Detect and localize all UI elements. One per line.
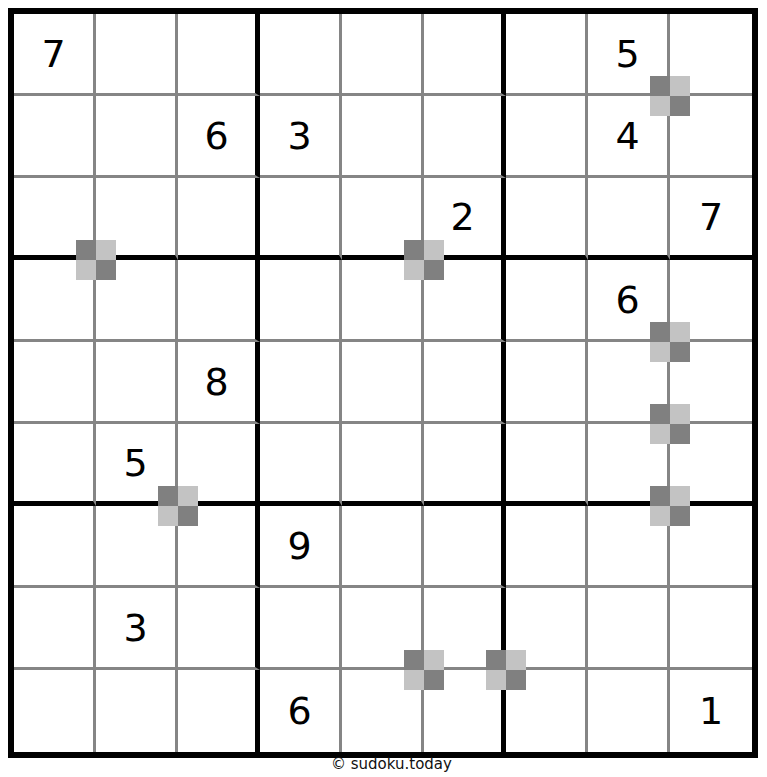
cell-r5c8[interactable] — [588, 342, 670, 424]
cell-r5c5[interactable] — [342, 342, 424, 424]
cell-r4c9[interactable] — [670, 260, 752, 342]
cell-r6c6[interactable] — [424, 424, 506, 506]
cell-r1c6[interactable] — [424, 14, 506, 96]
cell-r2c4[interactable]: 3 — [260, 96, 342, 178]
sudoku-grid: 75634276859361 — [14, 14, 752, 752]
cell-r4c4[interactable] — [260, 260, 342, 342]
cell-r9c7[interactable] — [506, 670, 588, 752]
cell-r4c2[interactable] — [96, 260, 178, 342]
cell-r9c3[interactable] — [178, 670, 260, 752]
sudoku-board: 75634276859361 — [8, 8, 758, 758]
cell-r1c8[interactable]: 5 — [588, 14, 670, 96]
cell-r9c2[interactable] — [96, 670, 178, 752]
cell-r7c8[interactable] — [588, 506, 670, 588]
cell-r8c9[interactable] — [670, 588, 752, 670]
cell-r5c1[interactable] — [14, 342, 96, 424]
cell-r9c6[interactable] — [424, 670, 506, 752]
cell-r9c9[interactable]: 1 — [670, 670, 752, 752]
cell-r3c5[interactable] — [342, 178, 424, 260]
cell-r3c9[interactable]: 7 — [670, 178, 752, 260]
cell-r1c9[interactable] — [670, 14, 752, 96]
cell-r8c2[interactable]: 3 — [96, 588, 178, 670]
cell-r1c4[interactable] — [260, 14, 342, 96]
cell-r3c7[interactable] — [506, 178, 588, 260]
cell-r5c2[interactable] — [96, 342, 178, 424]
cell-r3c2[interactable] — [96, 178, 178, 260]
cell-r8c1[interactable] — [14, 588, 96, 670]
sudoku-page: 75634276859361 © sudoku.today — [0, 0, 767, 777]
cell-r9c8[interactable] — [588, 670, 670, 752]
cell-r4c1[interactable] — [14, 260, 96, 342]
cell-r1c1[interactable]: 7 — [14, 14, 96, 96]
cell-r4c6[interactable] — [424, 260, 506, 342]
copyright-text: © sudoku.today — [331, 755, 452, 773]
cell-r4c5[interactable] — [342, 260, 424, 342]
cell-r7c3[interactable] — [178, 506, 260, 588]
cell-r7c1[interactable] — [14, 506, 96, 588]
cell-r7c4[interactable]: 9 — [260, 506, 342, 588]
cell-r9c4[interactable]: 6 — [260, 670, 342, 752]
cell-r5c9[interactable] — [670, 342, 752, 424]
cell-r8c7[interactable] — [506, 588, 588, 670]
cell-r6c3[interactable] — [178, 424, 260, 506]
cell-r7c7[interactable] — [506, 506, 588, 588]
cell-r6c9[interactable] — [670, 424, 752, 506]
cell-r7c6[interactable] — [424, 506, 506, 588]
cell-r1c3[interactable] — [178, 14, 260, 96]
cell-r3c8[interactable] — [588, 178, 670, 260]
cell-r2c6[interactable] — [424, 96, 506, 178]
cell-r3c4[interactable] — [260, 178, 342, 260]
cell-r7c5[interactable] — [342, 506, 424, 588]
cell-r8c5[interactable] — [342, 588, 424, 670]
cell-r9c5[interactable] — [342, 670, 424, 752]
cell-r8c8[interactable] — [588, 588, 670, 670]
cell-r8c3[interactable] — [178, 588, 260, 670]
cell-r1c2[interactable] — [96, 14, 178, 96]
cell-r5c4[interactable] — [260, 342, 342, 424]
cell-r3c6[interactable]: 2 — [424, 178, 506, 260]
cell-r6c5[interactable] — [342, 424, 424, 506]
cell-r6c4[interactable] — [260, 424, 342, 506]
cell-r4c3[interactable] — [178, 260, 260, 342]
cell-r5c6[interactable] — [424, 342, 506, 424]
cell-r6c1[interactable] — [14, 424, 96, 506]
cell-r3c1[interactable] — [14, 178, 96, 260]
cell-r2c1[interactable] — [14, 96, 96, 178]
cell-r7c9[interactable] — [670, 506, 752, 588]
cell-r6c2[interactable]: 5 — [96, 424, 178, 506]
cell-r4c7[interactable] — [506, 260, 588, 342]
cell-r2c8[interactable]: 4 — [588, 96, 670, 178]
cell-r4c8[interactable]: 6 — [588, 260, 670, 342]
cell-r9c1[interactable] — [14, 670, 96, 752]
cell-r2c3[interactable]: 6 — [178, 96, 260, 178]
cell-r5c3[interactable]: 8 — [178, 342, 260, 424]
cell-r3c3[interactable] — [178, 178, 260, 260]
cell-r2c5[interactable] — [342, 96, 424, 178]
cell-r8c4[interactable] — [260, 588, 342, 670]
cell-r6c8[interactable] — [588, 424, 670, 506]
cell-r6c7[interactable] — [506, 424, 588, 506]
cell-r1c5[interactable] — [342, 14, 424, 96]
cell-r8c6[interactable] — [424, 588, 506, 670]
cell-r5c7[interactable] — [506, 342, 588, 424]
cell-r1c7[interactable] — [506, 14, 588, 96]
cell-r2c2[interactable] — [96, 96, 178, 178]
cell-r2c7[interactable] — [506, 96, 588, 178]
cell-r2c9[interactable] — [670, 96, 752, 178]
cell-r7c2[interactable] — [96, 506, 178, 588]
